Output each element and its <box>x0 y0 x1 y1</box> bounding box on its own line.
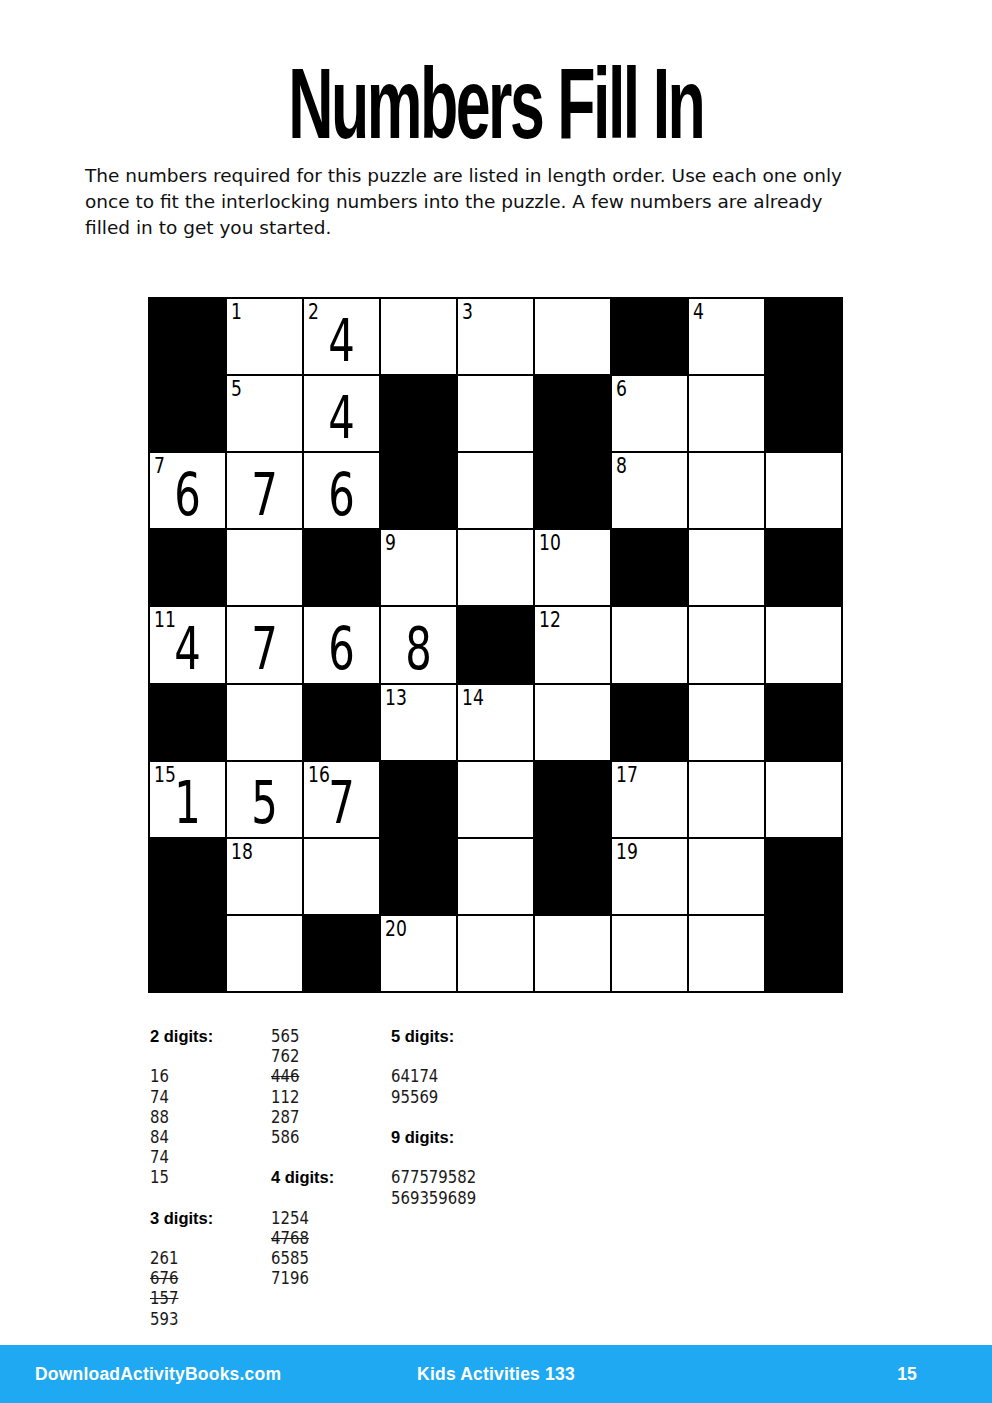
list-header: 3 digits: <box>150 1208 213 1228</box>
footer-page-number: 15 <box>897 1364 917 1385</box>
grid-block-r4c9 <box>766 530 841 605</box>
list-number: 74 <box>150 1087 213 1107</box>
list-number: 446 <box>271 1066 334 1086</box>
list-header: 2 digits: <box>150 1026 213 1046</box>
grid-cell-r9c6[interactable] <box>535 916 610 991</box>
list-number: 88 <box>150 1107 213 1127</box>
grid-block-r5c5 <box>458 607 533 682</box>
clue-number: 20 <box>385 917 407 940</box>
list-number: 261 <box>150 1248 213 1268</box>
grid-block-r6c3 <box>304 685 379 760</box>
grid-cell-r8c2[interactable]: 18 <box>227 839 302 914</box>
grid-cell-r5c1[interactable]: 114 <box>150 607 225 682</box>
list-blank <box>271 1188 334 1208</box>
grid-block-r6c7 <box>612 685 687 760</box>
list-column-3: 5 digits: 6417495569 9 digits: 677579582… <box>391 1026 491 1208</box>
clue-number: 18 <box>231 840 253 863</box>
list-number: 112 <box>271 1087 334 1107</box>
grid-block-r1c1 <box>150 299 225 374</box>
list-blank <box>150 1046 213 1066</box>
footer-bar: DownloadActivityBooks.com Kids Activitie… <box>0 1345 992 1403</box>
clue-number: 3 <box>462 300 473 323</box>
grid-cell-r3c7[interactable]: 8 <box>612 453 687 528</box>
clue-number: 2 <box>308 300 319 323</box>
grid-cell-r9c8[interactable] <box>689 916 764 991</box>
grid-cell-r5c8[interactable] <box>689 607 764 682</box>
grid-cell-r4c8[interactable] <box>689 530 764 605</box>
grid-cell-r6c5[interactable]: 14 <box>458 685 533 760</box>
list-number: 593 <box>150 1309 213 1329</box>
list-blank <box>150 1188 213 1208</box>
grid-block-r6c9 <box>766 685 841 760</box>
list-number: 64174 <box>391 1066 491 1086</box>
grid-cell-r3c8[interactable] <box>689 453 764 528</box>
list-blank <box>271 1147 334 1167</box>
grid-cell-r1c4[interactable] <box>381 299 456 374</box>
grid-cell-r7c3[interactable]: 167 <box>304 762 379 837</box>
grid-cell-r5c3[interactable]: 6 <box>304 607 379 682</box>
grid-cell-r4c5[interactable] <box>458 530 533 605</box>
clue-number: 6 <box>616 377 627 400</box>
list-column-1: 2 digits: 167488847415 3 digits: 2616761… <box>150 1026 213 1329</box>
cell-value: 4 <box>328 389 355 447</box>
grid-cell-r3c5[interactable] <box>458 453 533 528</box>
grid-block-r4c3 <box>304 530 379 605</box>
grid-cell-r6c6[interactable] <box>535 685 610 760</box>
grid-cell-r9c7[interactable] <box>612 916 687 991</box>
list-number: 762 <box>271 1046 334 1066</box>
grid-cell-r3c3[interactable]: 6 <box>304 453 379 528</box>
grid-block-r3c6 <box>535 453 610 528</box>
grid-cell-r9c2[interactable] <box>227 916 302 991</box>
grid-block-r8c1 <box>150 839 225 914</box>
clue-number: 1 <box>231 300 242 323</box>
grid-cell-r7c2[interactable]: 5 <box>227 762 302 837</box>
list-header: 5 digits: <box>391 1026 491 1046</box>
grid-cell-r7c5[interactable] <box>458 762 533 837</box>
clue-number: 8 <box>616 454 627 477</box>
list-blank <box>391 1107 491 1127</box>
grid-cell-r7c8[interactable] <box>689 762 764 837</box>
grid-cell-r5c4[interactable]: 8 <box>381 607 456 682</box>
grid-cell-r5c2[interactable]: 7 <box>227 607 302 682</box>
list-number: 287 <box>271 1107 334 1127</box>
grid-cell-r6c4[interactable]: 13 <box>381 685 456 760</box>
clue-number: 13 <box>385 686 407 709</box>
grid-block-r2c9 <box>766 376 841 451</box>
list-number: 7196 <box>271 1268 334 1288</box>
list-number: 677579582 <box>391 1167 491 1187</box>
clue-number: 11 <box>154 608 176 631</box>
cell-value: 1 <box>174 774 201 832</box>
grid-block-r2c4 <box>381 376 456 451</box>
clue-number: 10 <box>539 531 561 554</box>
list-number: 15 <box>150 1167 213 1187</box>
list-number: 676 <box>150 1268 213 1288</box>
list-number: 4768 <box>271 1228 334 1248</box>
grid-block-r8c4 <box>381 839 456 914</box>
grid-cell-r8c8[interactable] <box>689 839 764 914</box>
footer-book-title: Kids Activities 133 <box>0 1364 992 1385</box>
clue-number: 17 <box>616 763 638 786</box>
grid-cell-r8c5[interactable] <box>458 839 533 914</box>
grid-block-r2c6 <box>535 376 610 451</box>
grid-cell-r2c7[interactable]: 6 <box>612 376 687 451</box>
list-blank <box>150 1228 213 1248</box>
list-number: 6585 <box>271 1248 334 1268</box>
grid-cell-r5c9[interactable] <box>766 607 841 682</box>
instructions-text: The numbers required for this puzzle are… <box>85 163 925 240</box>
cell-value: 4 <box>174 620 201 678</box>
grid-block-r3c4 <box>381 453 456 528</box>
grid-cell-r6c8[interactable] <box>689 685 764 760</box>
list-number: 157 <box>150 1288 213 1308</box>
grid-cell-r1c8[interactable]: 4 <box>689 299 764 374</box>
list-header: 4 digits: <box>271 1167 334 1187</box>
clue-number: 16 <box>308 763 330 786</box>
clue-number: 19 <box>616 840 638 863</box>
title-wrap: Numbers Fill In <box>0 56 992 151</box>
cell-value: 8 <box>405 620 432 678</box>
list-number: 16 <box>150 1066 213 1086</box>
list-number: 84 <box>150 1127 213 1147</box>
grid-cell-r5c7[interactable] <box>612 607 687 682</box>
grid-block-r9c3 <box>304 916 379 991</box>
clue-number: 9 <box>385 531 396 554</box>
clue-number: 4 <box>693 300 704 323</box>
grid-cell-r2c8[interactable] <box>689 376 764 451</box>
grid-cell-r1c2[interactable]: 1 <box>227 299 302 374</box>
grid-cell-r3c1[interactable]: 76 <box>150 453 225 528</box>
clue-number: 14 <box>462 686 484 709</box>
list-blank <box>391 1147 491 1167</box>
grid-cell-r4c6[interactable]: 10 <box>535 530 610 605</box>
grid-cell-r1c5[interactable]: 3 <box>458 299 533 374</box>
grid-cell-r2c3[interactable]: 4 <box>304 376 379 451</box>
list-blank <box>391 1046 491 1066</box>
grid-block-r9c1 <box>150 916 225 991</box>
cell-value: 6 <box>174 466 201 524</box>
list-header: 9 digits: <box>391 1127 491 1147</box>
grid-block-r8c6 <box>535 839 610 914</box>
puzzle-grid: 1243454676768910114768121314151516717181… <box>148 297 843 993</box>
grid-cell-r3c2[interactable]: 7 <box>227 453 302 528</box>
grid-block-r2c1 <box>150 376 225 451</box>
cell-value: 7 <box>251 466 278 524</box>
cell-value: 7 <box>251 620 278 678</box>
grid-cell-r8c7[interactable]: 19 <box>612 839 687 914</box>
cell-value: 6 <box>328 620 355 678</box>
clue-number: 12 <box>539 608 561 631</box>
grid-cell-r2c2[interactable]: 5 <box>227 376 302 451</box>
grid-cell-r4c4[interactable]: 9 <box>381 530 456 605</box>
grid-cell-r8c3[interactable] <box>304 839 379 914</box>
grid-block-r4c1 <box>150 530 225 605</box>
grid-cell-r3c9[interactable] <box>766 453 841 528</box>
list-number: 95569 <box>391 1087 491 1107</box>
cell-value: 4 <box>328 312 355 370</box>
list-number: 74 <box>150 1147 213 1167</box>
grid-cell-r7c7[interactable]: 17 <box>612 762 687 837</box>
list-number: 586 <box>271 1127 334 1147</box>
grid-cell-r5c6[interactable]: 12 <box>535 607 610 682</box>
list-number: 569359689 <box>391 1188 491 1208</box>
grid-cell-r7c1[interactable]: 151 <box>150 762 225 837</box>
list-number: 1254 <box>271 1208 334 1228</box>
list-column-2: 565762446112287586 4 digits: 12544768658… <box>271 1026 334 1288</box>
grid-cell-r7c9[interactable] <box>766 762 841 837</box>
grid-cell-r9c4[interactable]: 20 <box>381 916 456 991</box>
clue-number: 5 <box>231 377 242 400</box>
cell-value: 5 <box>251 774 278 832</box>
grid-block-r8c9 <box>766 839 841 914</box>
grid-cell-r9c5[interactable] <box>458 916 533 991</box>
clue-number: 15 <box>154 763 176 786</box>
grid-cell-r1c3[interactable]: 24 <box>304 299 379 374</box>
grid-block-r7c4 <box>381 762 456 837</box>
grid-block-r7c6 <box>535 762 610 837</box>
grid-block-r6c1 <box>150 685 225 760</box>
grid-cell-r1c6[interactable] <box>535 299 610 374</box>
grid-cell-r2c5[interactable] <box>458 376 533 451</box>
grid-block-r4c7 <box>612 530 687 605</box>
grid-block-r1c9 <box>766 299 841 374</box>
clue-number: 7 <box>154 454 165 477</box>
cell-value: 7 <box>328 774 355 832</box>
cell-value: 6 <box>328 466 355 524</box>
grid-cell-r4c2[interactable] <box>227 530 302 605</box>
grid-block-r9c9 <box>766 916 841 991</box>
list-number: 565 <box>271 1026 334 1046</box>
grid-cell-r6c2[interactable] <box>227 685 302 760</box>
grid-block-r1c7 <box>612 299 687 374</box>
page-title: Numbers Fill In <box>288 56 703 151</box>
